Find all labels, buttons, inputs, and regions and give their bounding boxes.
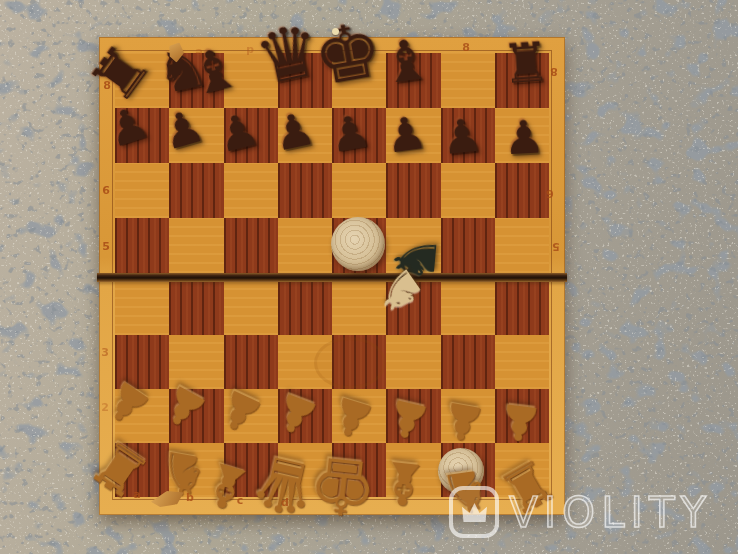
king-finial-pale-tip (332, 28, 339, 35)
square-e2 (332, 389, 386, 443)
square-d4 (278, 281, 332, 335)
square-g8 (441, 53, 495, 108)
square-h6 (495, 163, 549, 218)
square-f3 (386, 335, 440, 389)
square-a2 (115, 389, 169, 443)
square-d2 (278, 389, 332, 443)
square-b8 (169, 53, 223, 108)
square-c3 (224, 335, 278, 389)
square-a8 (115, 53, 169, 108)
square-d5 (278, 218, 332, 273)
square-a3 (115, 335, 169, 389)
square-f8 (386, 53, 440, 108)
square-b1 (169, 443, 223, 497)
square-d8 (278, 53, 332, 108)
photo-scene: ♜♞♝♛♚♝♜♟♟♟♟♟♟♟♟♞♞♟♟♟♟♟♟♟♟♜♞♝♛♚♝♞♜ 865328… (0, 0, 738, 554)
square-g5 (441, 218, 495, 273)
square-c8 (224, 53, 278, 108)
chess-board (99, 37, 565, 515)
square-a5 (115, 218, 169, 273)
square-c5 (224, 218, 278, 273)
square-e8 (332, 53, 386, 108)
board-fold-seam (97, 273, 567, 282)
square-h2 (495, 389, 549, 443)
wood-ring-stain (314, 337, 386, 389)
square-g4 (441, 281, 495, 335)
square-f7 (386, 108, 440, 163)
square-f6 (386, 163, 440, 218)
square-a4 (115, 281, 169, 335)
square-d6 (278, 163, 332, 218)
square-h3 (495, 335, 549, 389)
square-g2 (441, 389, 495, 443)
square-h8 (495, 53, 549, 108)
square-f2 (386, 389, 440, 443)
square-f1 (386, 443, 440, 497)
square-h5 (495, 218, 549, 273)
square-f5 (386, 218, 440, 273)
square-a6 (115, 163, 169, 218)
square-b3 (169, 335, 223, 389)
square-e1 (332, 443, 386, 497)
square-b6 (169, 163, 223, 218)
square-g1 (441, 443, 495, 497)
square-d1 (278, 443, 332, 497)
square-h1 (495, 443, 549, 497)
square-g3 (441, 335, 495, 389)
square-c6 (224, 163, 278, 218)
square-b2 (169, 389, 223, 443)
square-c1 (224, 443, 278, 497)
square-b7 (169, 108, 223, 163)
square-e4 (332, 281, 386, 335)
square-a7 (115, 108, 169, 163)
square-f4 (386, 281, 440, 335)
square-e7 (332, 108, 386, 163)
square-e6 (332, 163, 386, 218)
square-b4 (169, 281, 223, 335)
square-g7 (441, 108, 495, 163)
square-d7 (278, 108, 332, 163)
square-c2 (224, 389, 278, 443)
square-g6 (441, 163, 495, 218)
square-c4 (224, 281, 278, 335)
square-h7 (495, 108, 549, 163)
square-h4 (495, 281, 549, 335)
square-c7 (224, 108, 278, 163)
square-b5 (169, 218, 223, 273)
square-a1 (115, 443, 169, 497)
square-e5 (332, 218, 386, 273)
